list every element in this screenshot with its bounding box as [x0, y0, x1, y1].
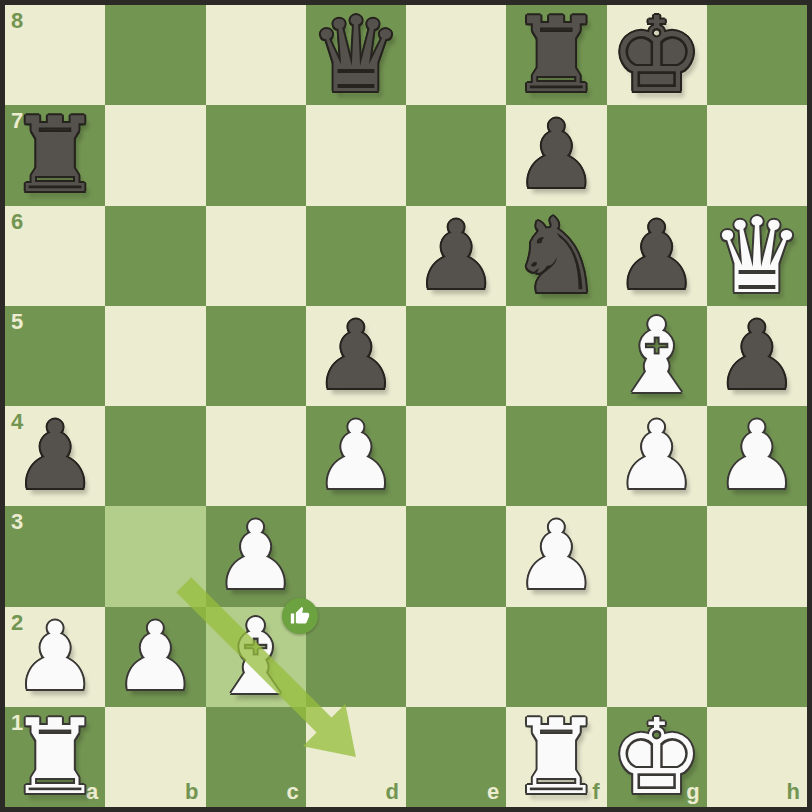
piece-white-queen[interactable]: ♛: [710, 206, 803, 306]
square-e3[interactable]: [406, 506, 506, 606]
square-e2[interactable]: [406, 607, 506, 707]
square-h5[interactable]: ♟: [707, 306, 807, 406]
rank-label-3: 3: [11, 511, 23, 533]
piece-white-rook[interactable]: ♜: [9, 707, 102, 807]
square-f5[interactable]: [506, 306, 606, 406]
square-d7[interactable]: [306, 105, 406, 205]
square-d8[interactable]: ♛: [306, 5, 406, 105]
piece-black-king[interactable]: ♚: [610, 5, 703, 105]
square-d6[interactable]: [306, 206, 406, 306]
piece-white-pawn[interactable]: ♟: [314, 406, 398, 506]
square-a8[interactable]: 8: [5, 5, 105, 105]
rank-label-8: 8: [11, 10, 23, 32]
square-a2[interactable]: 2♟: [5, 607, 105, 707]
thumbs-up-icon: [290, 606, 310, 626]
piece-black-pawn[interactable]: ♟: [715, 306, 799, 406]
piece-white-pawn[interactable]: ♟: [13, 607, 97, 707]
square-g7[interactable]: [607, 105, 707, 205]
square-g6[interactable]: ♟: [607, 206, 707, 306]
piece-white-rook[interactable]: ♜: [510, 707, 603, 807]
square-f8[interactable]: ♜: [506, 5, 606, 105]
square-b5[interactable]: [105, 306, 205, 406]
square-a5[interactable]: 5: [5, 306, 105, 406]
square-a3[interactable]: 3: [5, 506, 105, 606]
piece-black-rook[interactable]: ♜: [510, 5, 603, 105]
file-label-b: b: [185, 781, 198, 803]
piece-white-pawn[interactable]: ♟: [113, 607, 197, 707]
file-label-h: h: [787, 781, 800, 803]
square-e4[interactable]: [406, 406, 506, 506]
square-f4[interactable]: [506, 406, 606, 506]
square-g5[interactable]: ♝: [607, 306, 707, 406]
piece-black-pawn[interactable]: ♟: [414, 206, 498, 306]
square-d3[interactable]: [306, 506, 406, 606]
square-g4[interactable]: ♟: [607, 406, 707, 506]
square-h2[interactable]: [707, 607, 807, 707]
piece-white-bishop[interactable]: ♝: [610, 306, 703, 406]
chess-app-frame: 8♛♜♚7♜♟6♟♞♟♛5♟♝♟4♟♟♟♟3♟♟2♟♟♝1a♜bcdef♜g♚h: [0, 0, 812, 812]
square-b7[interactable]: [105, 105, 205, 205]
square-c1[interactable]: c: [206, 707, 306, 807]
square-h7[interactable]: [707, 105, 807, 205]
piece-black-queen[interactable]: ♛: [309, 5, 402, 105]
square-f3[interactable]: ♟: [506, 506, 606, 606]
piece-black-pawn[interactable]: ♟: [13, 406, 97, 506]
square-g3[interactable]: [607, 506, 707, 606]
square-g2[interactable]: [607, 607, 707, 707]
piece-black-rook[interactable]: ♜: [9, 105, 102, 205]
piece-white-king[interactable]: ♚: [610, 707, 703, 807]
file-label-d: d: [386, 781, 399, 803]
square-h3[interactable]: [707, 506, 807, 606]
square-b6[interactable]: [105, 206, 205, 306]
square-f7[interactable]: ♟: [506, 105, 606, 205]
square-d2[interactable]: [306, 607, 406, 707]
board-wrap: 8♛♜♚7♜♟6♟♞♟♛5♟♝♟4♟♟♟♟3♟♟2♟♟♝1a♜bcdef♜g♚h: [5, 5, 807, 807]
square-e6[interactable]: ♟: [406, 206, 506, 306]
file-label-c: c: [287, 781, 299, 803]
square-a6[interactable]: 6: [5, 206, 105, 306]
square-c3[interactable]: ♟: [206, 506, 306, 606]
square-c6[interactable]: [206, 206, 306, 306]
piece-black-knight[interactable]: ♞: [510, 206, 603, 306]
file-label-e: e: [487, 781, 499, 803]
piece-white-pawn[interactable]: ♟: [514, 506, 598, 606]
square-b8[interactable]: [105, 5, 205, 105]
piece-black-pawn[interactable]: ♟: [514, 105, 598, 205]
square-g8[interactable]: ♚: [607, 5, 707, 105]
square-b1[interactable]: b: [105, 707, 205, 807]
square-f1[interactable]: f♜: [506, 707, 606, 807]
square-b3[interactable]: [105, 506, 205, 606]
square-c4[interactable]: [206, 406, 306, 506]
square-h1[interactable]: h: [707, 707, 807, 807]
square-h6[interactable]: ♛: [707, 206, 807, 306]
square-c7[interactable]: [206, 105, 306, 205]
square-e8[interactable]: [406, 5, 506, 105]
piece-black-pawn[interactable]: ♟: [614, 206, 698, 306]
chess-board: 8♛♜♚7♜♟6♟♞♟♛5♟♝♟4♟♟♟♟3♟♟2♟♟♝1a♜bcdef♜g♚h: [5, 5, 807, 807]
square-e5[interactable]: [406, 306, 506, 406]
square-h8[interactable]: [707, 5, 807, 105]
square-d5[interactable]: ♟: [306, 306, 406, 406]
square-a7[interactable]: 7♜: [5, 105, 105, 205]
piece-white-pawn[interactable]: ♟: [213, 506, 297, 606]
good-move-badge: [282, 598, 318, 634]
square-f2[interactable]: [506, 607, 606, 707]
square-b2[interactable]: ♟: [105, 607, 205, 707]
square-d1[interactable]: d: [306, 707, 406, 807]
square-b4[interactable]: [105, 406, 205, 506]
square-f6[interactable]: ♞: [506, 206, 606, 306]
square-d4[interactable]: ♟: [306, 406, 406, 506]
square-a4[interactable]: 4♟: [5, 406, 105, 506]
rank-label-5: 5: [11, 311, 23, 333]
square-h4[interactable]: ♟: [707, 406, 807, 506]
square-a1[interactable]: 1a♜: [5, 707, 105, 807]
square-c8[interactable]: [206, 5, 306, 105]
piece-black-pawn[interactable]: ♟: [314, 306, 398, 406]
square-e7[interactable]: [406, 105, 506, 205]
square-c5[interactable]: [206, 306, 306, 406]
piece-white-pawn[interactable]: ♟: [614, 406, 698, 506]
square-g1[interactable]: g♚: [607, 707, 707, 807]
piece-white-pawn[interactable]: ♟: [715, 406, 799, 506]
square-e1[interactable]: e: [406, 707, 506, 807]
